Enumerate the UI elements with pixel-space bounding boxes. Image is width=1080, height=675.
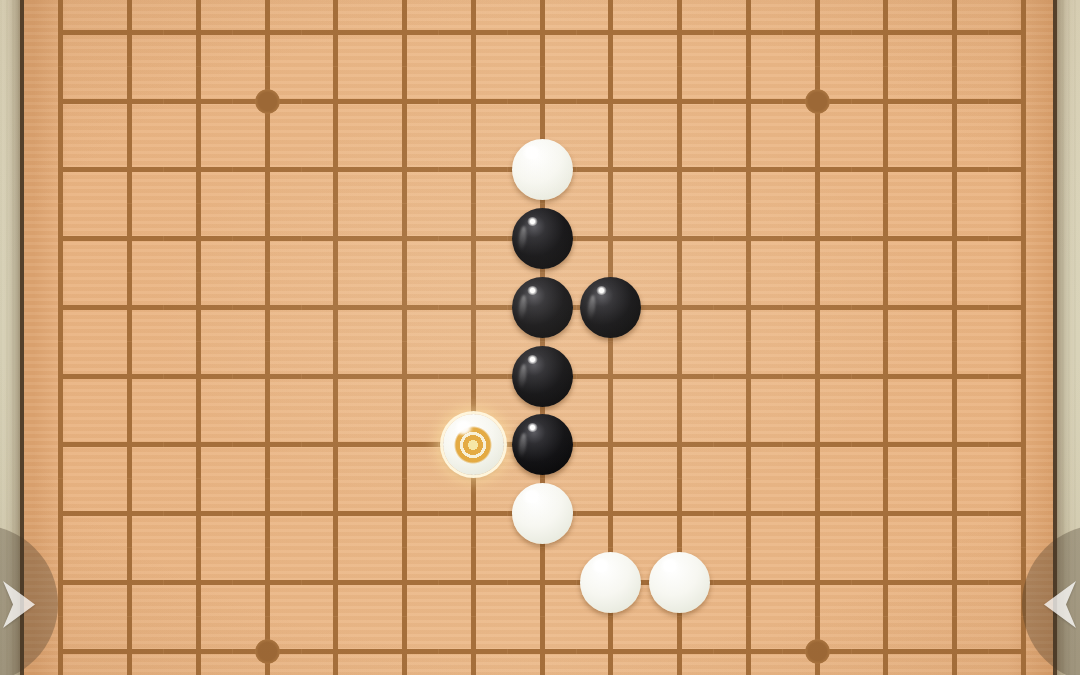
board-cell[interactable] — [920, 0, 989, 67]
board-cell[interactable] — [852, 479, 921, 548]
board-cell[interactable] — [302, 410, 371, 479]
board-cell[interactable] — [783, 273, 852, 342]
board-cell[interactable] — [783, 410, 852, 479]
board-cell[interactable] — [164, 67, 233, 136]
board-cell[interactable] — [508, 67, 577, 136]
board-cell[interactable] — [27, 410, 96, 479]
board-cell[interactable] — [27, 135, 96, 204]
board-cell[interactable] — [714, 135, 783, 204]
board-cell[interactable] — [989, 204, 1058, 273]
black-stone — [512, 208, 573, 269]
board-cell[interactable] — [783, 548, 852, 617]
board-cell[interactable] — [370, 617, 439, 675]
board-cell[interactable] — [164, 479, 233, 548]
board-cell[interactable] — [714, 342, 783, 411]
white-stone — [649, 552, 710, 613]
board-cell[interactable] — [508, 617, 577, 675]
board-cell[interactable] — [164, 204, 233, 273]
board-cell[interactable] — [714, 479, 783, 548]
gomoku-app — [0, 0, 1080, 675]
board-cell[interactable] — [27, 479, 96, 548]
board-cell[interactable] — [577, 204, 646, 273]
board-cell[interactable] — [164, 135, 233, 204]
board-cell[interactable] — [439, 479, 508, 548]
board-cell[interactable] — [714, 617, 783, 675]
last-move-marker — [453, 425, 493, 465]
board-cell[interactable] — [783, 617, 852, 675]
board-cell[interactable] — [233, 479, 302, 548]
board-cell[interactable] — [508, 548, 577, 617]
board-cell[interactable] — [302, 67, 371, 136]
black-stone — [512, 277, 573, 338]
board-cell[interactable] — [989, 0, 1058, 67]
board-cell[interactable] — [233, 410, 302, 479]
board-cell[interactable] — [439, 0, 508, 67]
white-stone — [443, 414, 504, 475]
board-cell[interactable] — [164, 0, 233, 67]
board-cell[interactable] — [233, 273, 302, 342]
board-cell[interactable] — [577, 67, 646, 136]
board-cell[interactable] — [577, 0, 646, 67]
board-cell[interactable] — [233, 617, 302, 675]
board-cell[interactable] — [302, 204, 371, 273]
board-cell[interactable] — [989, 135, 1058, 204]
board-cell[interactable] — [27, 67, 96, 136]
black-stone — [512, 414, 573, 475]
board-cell[interactable] — [370, 0, 439, 67]
board-cell[interactable] — [783, 204, 852, 273]
board-cell[interactable] — [27, 273, 96, 342]
board-cell[interactable] — [233, 342, 302, 411]
board-cell[interactable] — [439, 342, 508, 411]
board-cell[interactable] — [302, 617, 371, 675]
board-cell[interactable] — [714, 204, 783, 273]
board-cell[interactable] — [920, 204, 989, 273]
board-cell[interactable] — [645, 342, 714, 411]
board-cell[interactable] — [852, 67, 921, 136]
board-cell[interactable] — [577, 135, 646, 204]
board-cell[interactable] — [95, 273, 164, 342]
board-cell[interactable] — [302, 479, 371, 548]
board-cell[interactable] — [95, 479, 164, 548]
board-cell[interactable] — [439, 273, 508, 342]
white-stone — [512, 139, 573, 200]
black-stone — [512, 346, 573, 407]
board-cell[interactable] — [645, 135, 714, 204]
board-cell[interactable] — [783, 342, 852, 411]
board-cell[interactable] — [852, 204, 921, 273]
board-cell[interactable] — [370, 410, 439, 479]
board-cell[interactable] — [852, 0, 921, 67]
board-cell[interactable] — [233, 135, 302, 204]
board-cell[interactable] — [27, 204, 96, 273]
board-cell[interactable] — [508, 0, 577, 67]
board-cell[interactable] — [920, 617, 989, 675]
board-cell[interactable] — [920, 410, 989, 479]
board-cell[interactable] — [852, 342, 921, 411]
board-cell[interactable] — [302, 342, 371, 411]
board-cell[interactable] — [714, 410, 783, 479]
board-grid[interactable] — [27, 0, 1058, 675]
white-stone — [580, 552, 641, 613]
board-cell[interactable] — [370, 204, 439, 273]
board-cell[interactable] — [164, 410, 233, 479]
board-cell[interactable] — [783, 67, 852, 136]
chevron-left-icon — [1044, 581, 1076, 628]
board-cell[interactable] — [577, 410, 646, 479]
board-cell[interactable] — [714, 67, 783, 136]
board-cell[interactable] — [439, 67, 508, 136]
board-cell[interactable] — [302, 0, 371, 67]
board-cell[interactable] — [95, 342, 164, 411]
board-cell[interactable] — [302, 135, 371, 204]
board-cell[interactable] — [989, 479, 1058, 548]
board-cell[interactable] — [645, 410, 714, 479]
board-cell[interactable] — [920, 135, 989, 204]
board-cell[interactable] — [852, 410, 921, 479]
board-cell[interactable] — [852, 548, 921, 617]
board-cell[interactable] — [95, 0, 164, 67]
board-cell[interactable] — [95, 67, 164, 136]
board-cell[interactable] — [852, 273, 921, 342]
board-cell[interactable] — [95, 135, 164, 204]
board-cell[interactable] — [95, 204, 164, 273]
board-cell[interactable] — [645, 273, 714, 342]
board-cell[interactable] — [164, 548, 233, 617]
board-cell[interactable] — [645, 204, 714, 273]
board-cell[interactable] — [989, 67, 1058, 136]
black-stone — [580, 277, 641, 338]
board-cell[interactable] — [577, 342, 646, 411]
board-cell[interactable] — [370, 135, 439, 204]
board-cell[interactable] — [439, 135, 508, 204]
white-stone — [512, 483, 573, 544]
board-cell[interactable] — [233, 204, 302, 273]
board-cell[interactable] — [164, 273, 233, 342]
board-cell[interactable] — [783, 479, 852, 548]
board-cell[interactable] — [95, 410, 164, 479]
board-cell[interactable] — [370, 479, 439, 548]
board-cell[interactable] — [852, 617, 921, 675]
board-cell[interactable] — [989, 273, 1058, 342]
board-cell[interactable] — [920, 342, 989, 411]
board-cell[interactable] — [164, 342, 233, 411]
board-cell[interactable] — [645, 617, 714, 675]
board-cell[interactable] — [577, 617, 646, 675]
board-cell[interactable] — [439, 204, 508, 273]
board-cell[interactable] — [920, 273, 989, 342]
board-cell[interactable] — [302, 273, 371, 342]
board-cell[interactable] — [95, 548, 164, 617]
board-cell[interactable] — [302, 548, 371, 617]
board-cell[interactable] — [645, 479, 714, 548]
board-cell[interactable] — [27, 342, 96, 411]
board-cell[interactable] — [783, 0, 852, 67]
board-cell[interactable] — [989, 410, 1058, 479]
board-cell[interactable] — [577, 479, 646, 548]
board-cell[interactable] — [439, 548, 508, 617]
board-cell[interactable] — [233, 67, 302, 136]
board-cell[interactable] — [920, 67, 989, 136]
board-cell[interactable] — [95, 617, 164, 675]
board-cell[interactable] — [920, 479, 989, 548]
board-cell[interactable] — [233, 548, 302, 617]
board-cell[interactable] — [714, 0, 783, 67]
board-cell[interactable] — [714, 548, 783, 617]
board-cell[interactable] — [645, 0, 714, 67]
board-cell[interactable] — [989, 342, 1058, 411]
chevron-right-icon — [3, 581, 35, 628]
board-cell[interactable] — [852, 135, 921, 204]
board-cell[interactable] — [164, 617, 233, 675]
board-cell[interactable] — [233, 0, 302, 67]
board-cell[interactable] — [27, 0, 96, 67]
board-cell[interactable] — [645, 67, 714, 136]
board-cell[interactable] — [783, 135, 852, 204]
board-cell[interactable] — [920, 548, 989, 617]
board-cell[interactable] — [370, 273, 439, 342]
board-cell[interactable] — [370, 67, 439, 136]
board-cell[interactable] — [714, 273, 783, 342]
board-cell[interactable] — [370, 342, 439, 411]
board-cell[interactable] — [439, 617, 508, 675]
board-cell[interactable] — [370, 548, 439, 617]
